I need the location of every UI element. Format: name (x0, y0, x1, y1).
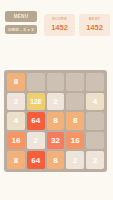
empty-cell-r1c3 (47, 73, 65, 91)
empty-cell-r1c2 (27, 73, 45, 91)
tile-2-r4c2: 2 (27, 132, 45, 150)
score-value: 1452 (51, 23, 68, 32)
best-value: 1452 (86, 23, 103, 32)
best-box: BEST 1452 (79, 14, 110, 36)
empty-cell-r2c4 (66, 93, 84, 111)
empty-cell-r1c4 (66, 73, 84, 91)
tile-2-r5c4: 2 (66, 151, 84, 169)
tile-4-r3c1: 4 (7, 112, 25, 130)
tile-64-r5c2: 64 (27, 151, 45, 169)
empty-cell-r1c5 (86, 73, 104, 91)
tile-128-r2c2: 128 (27, 93, 45, 111)
tile-16-r4c1: 16 (7, 132, 25, 150)
tile-2-r5c5: 2 (86, 151, 104, 169)
game-board[interactable]: 8212824464881623216864822 (4, 70, 107, 172)
tile-4-r2c5: 4 (86, 93, 104, 111)
score-box: SCORE 1452 (44, 14, 75, 36)
grid-size-button[interactable]: GRID - 5 x 5 (5, 25, 37, 35)
tile-8-r1c1: 8 (7, 73, 25, 91)
tile-8-r5c3: 8 (47, 151, 65, 169)
empty-cell-r4c5 (86, 132, 104, 150)
tile-32-r4c3: 32 (47, 132, 65, 150)
tile-8-r3c3: 8 (47, 112, 65, 130)
score-label: SCORE (52, 17, 67, 21)
tile-8-r5c1: 8 (7, 151, 25, 169)
tile-2-r2c1: 2 (7, 93, 25, 111)
menu-button[interactable]: MENU (5, 11, 37, 22)
tile-8-r3c4: 8 (66, 112, 84, 130)
empty-cell-r3c5 (86, 112, 104, 130)
tile-64-r3c2: 64 (27, 112, 45, 130)
tile-2-r2c3: 2 (47, 93, 65, 111)
best-label: BEST (89, 17, 100, 21)
tile-16-r4c4: 16 (66, 132, 84, 150)
